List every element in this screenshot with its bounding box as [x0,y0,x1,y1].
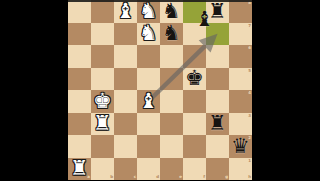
square-b1[interactable]: b [91,158,114,181]
coord-file-f: f [203,175,205,179]
square-g6[interactable] [206,45,229,68]
coord-file-h: h [248,175,251,179]
square-e4[interactable] [160,90,183,113]
coord-rank-4: 4 [248,91,251,95]
square-b2[interactable] [91,135,114,158]
chess-board: 8765432abcdefg1h ♝♞♞♜♞♞♝♚♚♝♜♜♛♜ [68,0,252,180]
piece-white-king[interactable]: ♚ [91,90,114,113]
square-g5[interactable] [206,68,229,91]
square-f6[interactable] [183,45,206,68]
square-f4[interactable] [183,90,206,113]
piece-white-rook[interactable]: ♜ [91,113,114,136]
square-e3[interactable] [160,113,183,136]
coord-file-g: g [225,175,228,179]
piece-black-queen[interactable]: ♛ [229,135,252,158]
coord-file-d: d [156,175,159,179]
square-f1[interactable]: f [183,158,206,181]
coord-rank-7: 7 [248,24,251,28]
piece-white-knight[interactable]: ♞ [137,0,160,23]
square-e6[interactable] [160,45,183,68]
square-e5[interactable] [160,68,183,91]
square-g1[interactable]: g [206,158,229,181]
square-d6[interactable] [137,45,160,68]
square-b6[interactable] [91,45,114,68]
square-h5[interactable]: 5 [229,68,252,91]
square-d1[interactable]: d [137,158,160,181]
square-a4[interactable] [68,90,91,113]
square-h4[interactable]: 4 [229,90,252,113]
piece-white-bishop[interactable]: ♝ [137,90,160,113]
square-c2[interactable] [114,135,137,158]
app-window: 8765432abcdefg1h ♝♞♞♜♞♞♝♚♚♝♜♜♛♜ [0,0,320,180]
coord-file-b: b [110,175,113,179]
square-h7[interactable]: 7 [229,23,252,46]
coord-rank-5: 5 [248,69,251,73]
square-d3[interactable] [137,113,160,136]
square-a2[interactable] [68,135,91,158]
square-b5[interactable] [91,68,114,91]
coord-rank-1: 1 [248,159,251,163]
square-a7[interactable] [68,23,91,46]
piece-white-bishop[interactable]: ♝ [114,0,137,23]
square-c7[interactable] [114,23,137,46]
square-b8[interactable] [91,0,114,23]
square-c4[interactable] [114,90,137,113]
square-d2[interactable] [137,135,160,158]
square-h8[interactable]: 8 [229,0,252,23]
coord-rank-6: 6 [248,46,251,50]
square-h6[interactable]: 6 [229,45,252,68]
square-c5[interactable] [114,68,137,91]
square-g2[interactable] [206,135,229,158]
square-f2[interactable] [183,135,206,158]
square-h3[interactable]: 3 [229,113,252,136]
square-a8[interactable] [68,0,91,23]
piece-black-knight[interactable]: ♞ [160,0,183,23]
square-c6[interactable] [114,45,137,68]
coord-file-c: c [134,175,136,179]
piece-white-knight[interactable]: ♞ [137,23,160,46]
piece-black-king[interactable]: ♚ [183,68,206,91]
piece-black-rook[interactable]: ♜ [206,113,229,136]
square-c1[interactable]: c [114,158,137,181]
square-g4[interactable] [206,90,229,113]
square-f3[interactable] [183,113,206,136]
square-e2[interactable] [160,135,183,158]
square-c3[interactable] [114,113,137,136]
square-d5[interactable] [137,68,160,91]
square-h1[interactable]: 1h [229,158,252,181]
piece-white-rook[interactable]: ♜ [68,158,91,181]
square-a5[interactable] [68,68,91,91]
square-a6[interactable] [68,45,91,68]
coord-rank-3: 3 [248,114,251,118]
piece-black-knight[interactable]: ♞ [160,23,183,46]
piece-black-bishop[interactable]: ♝ [193,9,216,32]
square-e1[interactable]: e [160,158,183,181]
coord-file-e: e [179,175,182,179]
square-a3[interactable] [68,113,91,136]
square-b7[interactable] [91,23,114,46]
